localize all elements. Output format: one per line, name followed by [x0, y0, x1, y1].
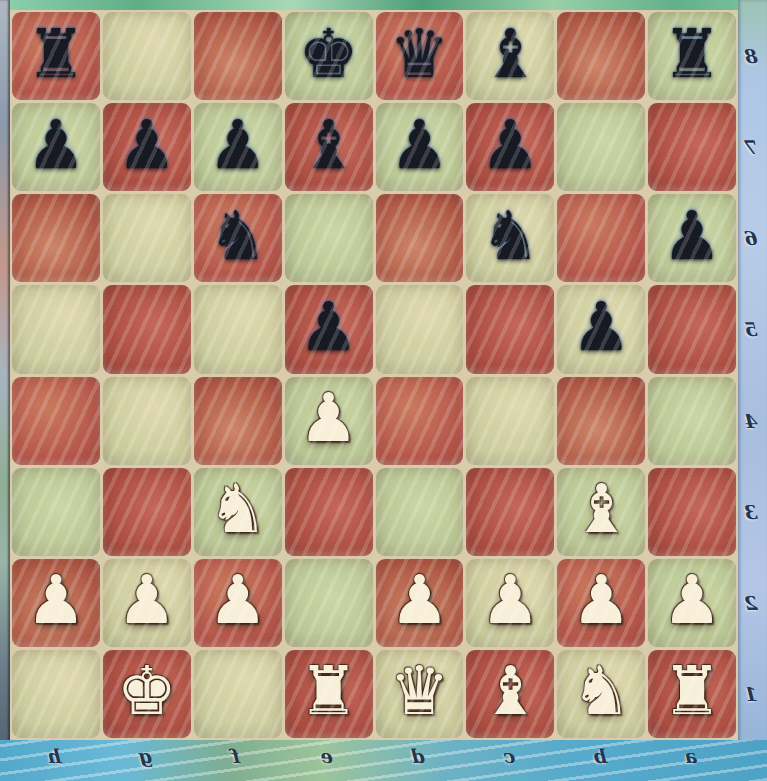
square-f8[interactable]: [194, 12, 282, 100]
square-c8[interactable]: ♝: [466, 12, 554, 100]
square-h5[interactable]: [12, 285, 100, 373]
square-b2[interactable]: ♟: [557, 559, 645, 647]
black-pawn[interactable]: ♟: [117, 112, 177, 179]
square-c7[interactable]: ♟: [466, 103, 554, 191]
square-g1[interactable]: ♚: [103, 650, 191, 738]
square-d7[interactable]: ♟: [376, 103, 464, 191]
square-h2[interactable]: ♟: [12, 559, 100, 647]
white-knight[interactable]: ♞: [208, 476, 268, 543]
rank-label-8: 8: [738, 10, 767, 101]
rank-label-2: 2: [738, 558, 767, 649]
file-label-c: c: [465, 741, 556, 781]
square-b1[interactable]: ♞: [557, 650, 645, 738]
black-pawn[interactable]: ♟: [571, 294, 631, 361]
file-label-h: h: [10, 741, 101, 781]
board-frame-left: [0, 0, 10, 781]
square-e7[interactable]: ♝: [285, 103, 373, 191]
square-g6[interactable]: [103, 194, 191, 282]
rank-label-3: 3: [738, 466, 767, 557]
square-c6[interactable]: ♞: [466, 194, 554, 282]
rank-label-1: 1: [738, 649, 767, 740]
file-label-f: f: [192, 741, 283, 781]
white-pawn[interactable]: ♟: [662, 567, 722, 634]
square-e6[interactable]: [285, 194, 373, 282]
white-rook[interactable]: ♜: [662, 658, 722, 725]
square-h3[interactable]: [12, 468, 100, 556]
black-pawn[interactable]: ♟: [480, 112, 540, 179]
square-h7[interactable]: ♟: [12, 103, 100, 191]
white-pawn[interactable]: ♟: [571, 567, 631, 634]
black-pawn[interactable]: ♟: [299, 294, 359, 361]
square-h4[interactable]: [12, 377, 100, 465]
square-d8[interactable]: ♛: [376, 12, 464, 100]
square-d5[interactable]: [376, 285, 464, 373]
square-c1[interactable]: ♝: [466, 650, 554, 738]
square-c4[interactable]: [466, 377, 554, 465]
square-e2[interactable]: [285, 559, 373, 647]
square-b6[interactable]: [557, 194, 645, 282]
square-b8[interactable]: [557, 12, 645, 100]
square-f2[interactable]: ♟: [194, 559, 282, 647]
square-c3[interactable]: [466, 468, 554, 556]
black-rook[interactable]: ♜: [662, 21, 722, 88]
square-g8[interactable]: [103, 12, 191, 100]
rank-label-5: 5: [738, 284, 767, 375]
square-a8[interactable]: ♜: [648, 12, 736, 100]
square-d3[interactable]: [376, 468, 464, 556]
white-pawn[interactable]: ♟: [299, 385, 359, 452]
square-f3[interactable]: ♞: [194, 468, 282, 556]
square-a3[interactable]: [648, 468, 736, 556]
square-h1[interactable]: [12, 650, 100, 738]
file-label-g: g: [101, 741, 192, 781]
white-bishop[interactable]: ♝: [480, 658, 540, 725]
square-g4[interactable]: [103, 377, 191, 465]
square-e1[interactable]: ♜: [285, 650, 373, 738]
black-queen[interactable]: ♛: [389, 21, 449, 88]
black-pawn[interactable]: ♟: [389, 112, 449, 179]
rank-label-6: 6: [738, 193, 767, 284]
square-a5[interactable]: [648, 285, 736, 373]
square-b7[interactable]: [557, 103, 645, 191]
white-queen[interactable]: ♛: [389, 658, 449, 725]
white-king[interactable]: ♚: [117, 658, 177, 725]
file-label-e: e: [283, 741, 374, 781]
square-e8[interactable]: ♚: [285, 12, 373, 100]
square-g2[interactable]: ♟: [103, 559, 191, 647]
black-pawn[interactable]: ♟: [662, 203, 722, 270]
white-rook[interactable]: ♜: [299, 658, 359, 725]
black-rook[interactable]: ♜: [26, 21, 86, 88]
white-pawn[interactable]: ♟: [117, 567, 177, 634]
white-pawn[interactable]: ♟: [26, 567, 86, 634]
square-d4[interactable]: [376, 377, 464, 465]
square-f4[interactable]: [194, 377, 282, 465]
white-pawn[interactable]: ♟: [208, 567, 268, 634]
square-e3[interactable]: [285, 468, 373, 556]
square-e5[interactable]: ♟: [285, 285, 373, 373]
black-pawn[interactable]: ♟: [208, 112, 268, 179]
board: ♜♚♛♝♜♟♟♟♝♟♟♞♞♟♟♟♟♞♝♟♟♟♟♟♟♟♚♜♛♝♞♜: [10, 10, 738, 740]
black-bishop[interactable]: ♝: [480, 21, 540, 88]
black-pawn[interactable]: ♟: [26, 112, 86, 179]
white-bishop[interactable]: ♝: [571, 476, 631, 543]
rank-label-7: 7: [738, 101, 767, 192]
square-d1[interactable]: ♛: [376, 650, 464, 738]
square-e4[interactable]: ♟: [285, 377, 373, 465]
square-c5[interactable]: [466, 285, 554, 373]
black-king[interactable]: ♚: [299, 21, 359, 88]
rank-labels: 87654321: [738, 10, 767, 740]
square-a4[interactable]: [648, 377, 736, 465]
square-b3[interactable]: ♝: [557, 468, 645, 556]
square-d2[interactable]: ♟: [376, 559, 464, 647]
square-f1[interactable]: [194, 650, 282, 738]
chess-board-screenshot: ♜♚♛♝♜♟♟♟♝♟♟♞♞♟♟♟♟♞♝♟♟♟♟♟♟♟♚♜♛♝♞♜ 8765432…: [0, 0, 767, 781]
square-c2[interactable]: ♟: [466, 559, 554, 647]
white-pawn[interactable]: ♟: [389, 567, 449, 634]
square-a2[interactable]: ♟: [648, 559, 736, 647]
file-label-a: a: [647, 741, 738, 781]
square-a7[interactable]: [648, 103, 736, 191]
square-f7[interactable]: ♟: [194, 103, 282, 191]
square-f6[interactable]: ♞: [194, 194, 282, 282]
square-h8[interactable]: ♜: [12, 12, 100, 100]
black-bishop[interactable]: ♝: [299, 112, 359, 179]
rank-label-4: 4: [738, 375, 767, 466]
square-g5[interactable]: [103, 285, 191, 373]
square-f5[interactable]: [194, 285, 282, 373]
board-frame-top: [0, 0, 767, 10]
black-knight[interactable]: ♞: [480, 203, 540, 270]
white-pawn[interactable]: ♟: [480, 567, 540, 634]
black-knight[interactable]: ♞: [208, 203, 268, 270]
square-g7[interactable]: ♟: [103, 103, 191, 191]
white-knight[interactable]: ♞: [571, 658, 631, 725]
square-b5[interactable]: ♟: [557, 285, 645, 373]
square-h6[interactable]: [12, 194, 100, 282]
square-a6[interactable]: ♟: [648, 194, 736, 282]
square-g3[interactable]: [103, 468, 191, 556]
file-label-b: b: [556, 741, 647, 781]
square-b4[interactable]: [557, 377, 645, 465]
square-d6[interactable]: [376, 194, 464, 282]
file-labels: hgfedcba: [10, 741, 738, 781]
file-label-d: d: [374, 741, 465, 781]
square-a1[interactable]: ♜: [648, 650, 736, 738]
